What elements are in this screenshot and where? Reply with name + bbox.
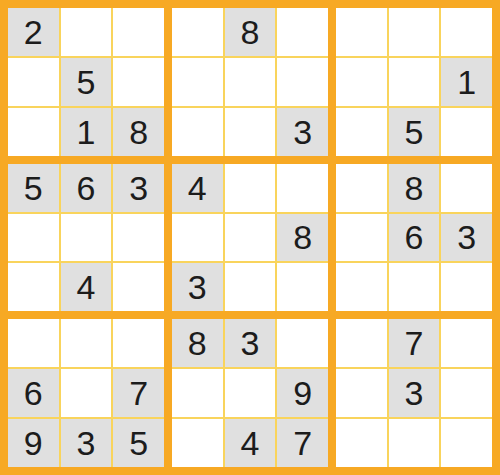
- cell-r4c3[interactable]: 3: [113, 164, 164, 212]
- cell-r6c1[interactable]: [8, 263, 59, 311]
- cell-r9c4[interactable]: [172, 419, 223, 467]
- cell-r7c5[interactable]: 3: [225, 319, 276, 367]
- cell-r2c3[interactable]: [113, 58, 164, 106]
- cell-r3c5[interactable]: [225, 108, 276, 156]
- box-r0c2: 15: [336, 8, 492, 156]
- cell-r1c5[interactable]: 8: [225, 8, 276, 56]
- cell-r7c1[interactable]: [8, 319, 59, 367]
- cell-r2c2[interactable]: 5: [61, 58, 112, 106]
- cell-r6c3[interactable]: [113, 263, 164, 311]
- box-r2c1: 83947: [172, 319, 328, 467]
- cell-r8c1[interactable]: 6: [8, 369, 59, 417]
- cell-r8c7[interactable]: [336, 369, 387, 417]
- box-r0c0: 2518: [8, 8, 164, 156]
- cell-r8c8[interactable]: 3: [389, 369, 440, 417]
- cell-r1c2[interactable]: [61, 8, 112, 56]
- cell-r9c6[interactable]: 7: [277, 419, 328, 467]
- cell-r9c3[interactable]: 5: [113, 419, 164, 467]
- box-r1c0: 5634: [8, 164, 164, 312]
- cell-r2c4[interactable]: [172, 58, 223, 106]
- box-r1c2: 863: [336, 164, 492, 312]
- cell-r5c9[interactable]: 3: [441, 214, 492, 262]
- cell-r4c5[interactable]: [225, 164, 276, 212]
- cell-r1c8[interactable]: [389, 8, 440, 56]
- cell-r3c4[interactable]: [172, 108, 223, 156]
- cell-r9c2[interactable]: 3: [61, 419, 112, 467]
- cell-r7c8[interactable]: 7: [389, 319, 440, 367]
- cell-r5c5[interactable]: [225, 214, 276, 262]
- cell-r4c9[interactable]: [441, 164, 492, 212]
- cell-r5c4[interactable]: [172, 214, 223, 262]
- cell-r1c7[interactable]: [336, 8, 387, 56]
- cell-r8c4[interactable]: [172, 369, 223, 417]
- cell-r8c5[interactable]: [225, 369, 276, 417]
- cell-r5c2[interactable]: [61, 214, 112, 262]
- cell-r5c8[interactable]: 6: [389, 214, 440, 262]
- cell-r6c8[interactable]: [389, 263, 440, 311]
- cell-r8c6[interactable]: 9: [277, 369, 328, 417]
- cell-r1c1[interactable]: 2: [8, 8, 59, 56]
- box-r2c0: 67935: [8, 319, 164, 467]
- cell-r4c6[interactable]: [277, 164, 328, 212]
- cell-r9c1[interactable]: 9: [8, 419, 59, 467]
- cell-r7c9[interactable]: [441, 319, 492, 367]
- cell-r2c8[interactable]: [389, 58, 440, 106]
- cell-r1c4[interactable]: [172, 8, 223, 56]
- cell-r3c6[interactable]: 3: [277, 108, 328, 156]
- cell-r5c3[interactable]: [113, 214, 164, 262]
- cell-r5c1[interactable]: [8, 214, 59, 262]
- cell-r4c2[interactable]: 6: [61, 164, 112, 212]
- cell-r6c5[interactable]: [225, 263, 276, 311]
- cell-r3c2[interactable]: 1: [61, 108, 112, 156]
- cell-r3c9[interactable]: [441, 108, 492, 156]
- cell-r4c1[interactable]: 5: [8, 164, 59, 212]
- cell-r1c3[interactable]: [113, 8, 164, 56]
- cell-r6c2[interactable]: 4: [61, 263, 112, 311]
- cell-r6c9[interactable]: [441, 263, 492, 311]
- cell-r3c7[interactable]: [336, 108, 387, 156]
- cell-r8c2[interactable]: [61, 369, 112, 417]
- box-r1c1: 483: [172, 164, 328, 312]
- cell-r7c6[interactable]: [277, 319, 328, 367]
- cell-r9c8[interactable]: [389, 419, 440, 467]
- cell-r7c3[interactable]: [113, 319, 164, 367]
- cell-r5c6[interactable]: 8: [277, 214, 328, 262]
- cell-r5c7[interactable]: [336, 214, 387, 262]
- cell-r1c9[interactable]: [441, 8, 492, 56]
- cell-r7c2[interactable]: [61, 319, 112, 367]
- cell-r1c6[interactable]: [277, 8, 328, 56]
- cell-r3c8[interactable]: 5: [389, 108, 440, 156]
- cell-r6c6[interactable]: [277, 263, 328, 311]
- cell-r9c9[interactable]: [441, 419, 492, 467]
- cell-r8c3[interactable]: 7: [113, 369, 164, 417]
- cell-r3c1[interactable]: [8, 108, 59, 156]
- cell-r8c9[interactable]: [441, 369, 492, 417]
- cell-r4c4[interactable]: 4: [172, 164, 223, 212]
- cell-r9c5[interactable]: 4: [225, 419, 276, 467]
- cell-r2c5[interactable]: [225, 58, 276, 106]
- cell-r2c6[interactable]: [277, 58, 328, 106]
- cell-r6c7[interactable]: [336, 263, 387, 311]
- box-r2c2: 73: [336, 319, 492, 467]
- sudoku-board: 251883155634483863679358394773: [0, 0, 500, 475]
- cell-r4c8[interactable]: 8: [389, 164, 440, 212]
- cell-r9c7[interactable]: [336, 419, 387, 467]
- cell-r2c1[interactable]: [8, 58, 59, 106]
- cell-r2c9[interactable]: 1: [441, 58, 492, 106]
- cell-r7c7[interactable]: [336, 319, 387, 367]
- cell-r3c3[interactable]: 8: [113, 108, 164, 156]
- cell-r2c7[interactable]: [336, 58, 387, 106]
- cell-r7c4[interactable]: 8: [172, 319, 223, 367]
- cell-r4c7[interactable]: [336, 164, 387, 212]
- box-r0c1: 83: [172, 8, 328, 156]
- cell-r6c4[interactable]: 3: [172, 263, 223, 311]
